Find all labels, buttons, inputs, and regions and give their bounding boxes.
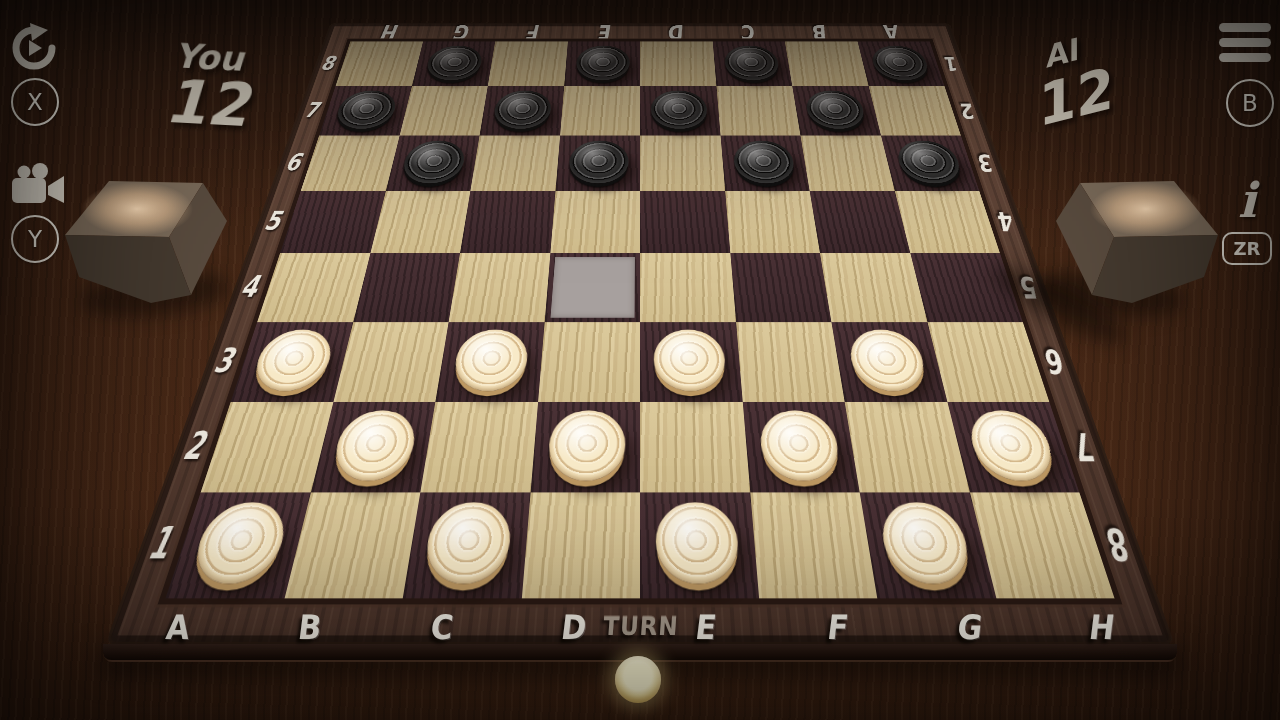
turn-label: TURN <box>595 612 687 641</box>
square-f1[interactable] <box>750 493 877 599</box>
square-g7[interactable] <box>792 86 880 135</box>
square-c6[interactable] <box>470 136 559 191</box>
turn-indicator-disc <box>615 656 661 703</box>
x-button[interactable]: X <box>11 78 59 126</box>
square-e1[interactable] <box>640 493 759 599</box>
white-piece-d2[interactable] <box>546 410 625 480</box>
square-e3[interactable] <box>640 322 742 401</box>
black-piece-h6[interactable] <box>893 141 965 184</box>
square-b2[interactable] <box>310 402 435 493</box>
square-h7[interactable] <box>868 86 961 135</box>
white-piece-c3[interactable] <box>451 330 530 391</box>
cube-graphic <box>1048 175 1228 305</box>
square-c5[interactable] <box>460 191 555 253</box>
square-c8[interactable] <box>488 41 568 86</box>
y-button[interactable]: Y <box>11 215 59 263</box>
square-e6[interactable] <box>640 136 725 191</box>
square-a7[interactable] <box>319 86 412 135</box>
black-piece-b8[interactable] <box>424 46 484 81</box>
square-f4[interactable] <box>730 253 832 323</box>
square-d3[interactable] <box>538 322 640 401</box>
square-c7[interactable] <box>480 86 564 135</box>
black-piece-c7[interactable] <box>492 91 553 129</box>
square-b3[interactable] <box>333 322 448 401</box>
y-button-label: Y <box>28 226 42 252</box>
square-d2[interactable] <box>530 402 640 493</box>
zr-button[interactable]: ZR <box>1222 232 1272 265</box>
black-piece-a7[interactable] <box>332 91 399 129</box>
square-d7[interactable] <box>560 86 640 135</box>
square-b7[interactable] <box>399 86 487 135</box>
x-button-label: X <box>27 89 43 115</box>
square-h8[interactable] <box>857 41 944 86</box>
square-f7[interactable] <box>716 86 800 135</box>
info-button[interactable]: i <box>1238 178 1256 222</box>
black-piece-h8[interactable] <box>869 46 932 81</box>
restart-button[interactable] <box>8 22 60 78</box>
square-a6[interactable] <box>301 136 400 191</box>
b-button-label: B <box>1242 90 1258 116</box>
black-piece-d8[interactable] <box>575 46 630 81</box>
square-f2[interactable] <box>742 402 859 493</box>
square-e2[interactable] <box>640 402 750 493</box>
square-g5[interactable] <box>810 191 910 253</box>
square-c3[interactable] <box>435 322 544 401</box>
white-piece-a3[interactable] <box>249 330 338 391</box>
white-piece-h2[interactable] <box>963 410 1060 480</box>
player-score-you: You 12 <box>123 36 293 137</box>
black-piece-b6[interactable] <box>399 141 467 184</box>
square-d1[interactable] <box>521 493 640 599</box>
square-f5[interactable] <box>725 191 820 253</box>
black-piece-e7[interactable] <box>651 91 709 129</box>
left-wood-cube <box>55 175 235 305</box>
player-score-value-you: 12 <box>123 70 291 137</box>
square-c4[interactable] <box>449 253 551 323</box>
menu-button[interactable] <box>1218 22 1272 68</box>
zr-button-label: ZR <box>1234 238 1261 259</box>
square-e5[interactable] <box>640 191 730 253</box>
square-b6[interactable] <box>386 136 480 191</box>
restart-icon <box>8 22 60 74</box>
square-g4[interactable] <box>820 253 927 323</box>
square-f8[interactable] <box>712 41 792 86</box>
square-b5[interactable] <box>370 191 470 253</box>
camera-button[interactable] <box>10 163 66 213</box>
white-piece-f2[interactable] <box>758 410 843 480</box>
right-wood-cube <box>1048 175 1228 305</box>
square-e8[interactable] <box>640 41 716 86</box>
menu-icon <box>1218 22 1272 64</box>
info-icon: i <box>1238 172 1256 228</box>
square-d6[interactable] <box>555 136 640 191</box>
square-d4[interactable] <box>544 253 640 323</box>
square-d5[interactable] <box>550 191 640 253</box>
cube-graphic <box>55 175 235 305</box>
square-g6[interactable] <box>800 136 894 191</box>
square-a8[interactable] <box>336 41 423 86</box>
white-piece-e3[interactable] <box>654 330 728 391</box>
white-piece-a1[interactable] <box>187 502 293 584</box>
square-f6[interactable] <box>720 136 809 191</box>
square-b8[interactable] <box>412 41 496 86</box>
white-piece-c1[interactable] <box>422 502 514 584</box>
cursor-highlight <box>550 257 635 318</box>
square-c2[interactable] <box>420 402 537 493</box>
camera-icon <box>10 163 66 209</box>
black-piece-f6[interactable] <box>732 141 797 184</box>
white-piece-g1[interactable] <box>877 502 976 584</box>
white-piece-b2[interactable] <box>329 410 420 480</box>
square-d8[interactable] <box>564 41 640 86</box>
black-piece-g7[interactable] <box>804 91 868 129</box>
b-button[interactable]: B <box>1226 79 1274 127</box>
square-c1[interactable] <box>403 493 530 599</box>
file-labels-top: HGFEDCBA <box>350 23 929 41</box>
square-g8[interactable] <box>785 41 869 86</box>
square-b4[interactable] <box>353 253 460 323</box>
white-piece-g3[interactable] <box>846 330 930 391</box>
square-e4[interactable] <box>640 253 736 323</box>
square-e7[interactable] <box>640 86 720 135</box>
black-piece-f8[interactable] <box>723 46 781 81</box>
white-piece-e1[interactable] <box>656 502 741 584</box>
square-f3[interactable] <box>736 322 845 401</box>
black-piece-d6[interactable] <box>568 141 629 184</box>
